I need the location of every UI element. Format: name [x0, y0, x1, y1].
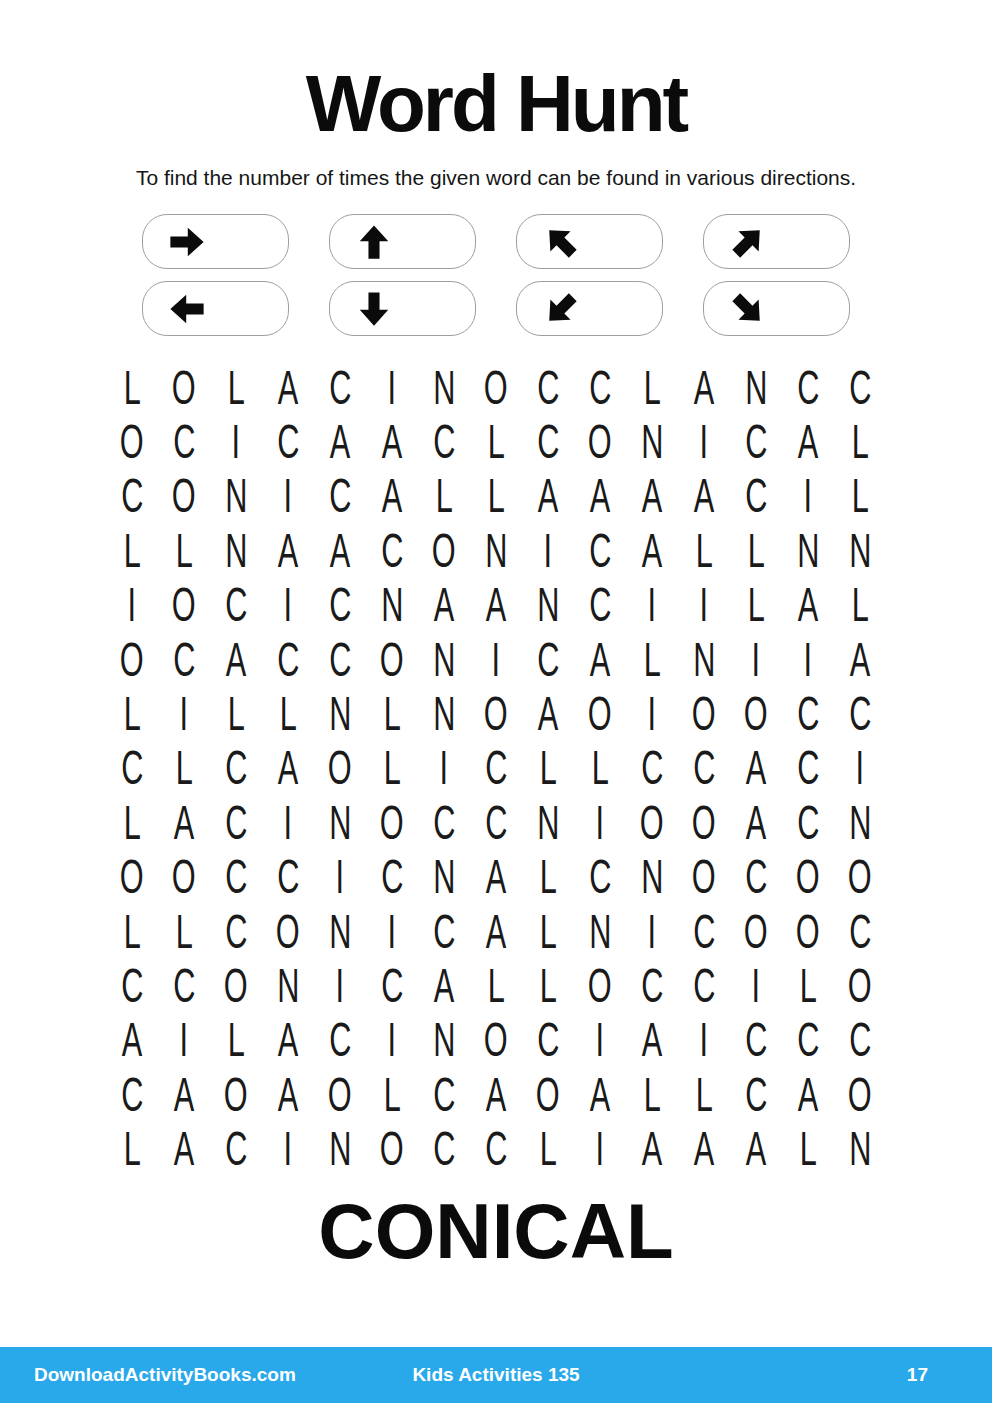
grid-cell[interactable]: C — [782, 1013, 834, 1067]
grid-cell[interactable]: C — [418, 904, 470, 958]
grid-cell[interactable]: L — [834, 414, 886, 468]
grid-letter: C — [329, 360, 351, 415]
grid-letter: I — [596, 1121, 605, 1176]
grid-letter: C — [433, 1067, 455, 1122]
grid-cell[interactable]: O — [626, 795, 678, 849]
grid-cell[interactable]: C — [730, 1067, 782, 1121]
direction-button-left[interactable] — [142, 281, 289, 336]
grid-cell[interactable]: C — [678, 958, 730, 1012]
grid-cell[interactable]: N — [678, 632, 730, 686]
grid-cell[interactable]: C — [730, 1013, 782, 1067]
grid-cell[interactable]: N — [418, 360, 470, 414]
grid-cell[interactable]: C — [574, 360, 626, 414]
grid-cell[interactable]: A — [158, 1067, 210, 1121]
grid-cell[interactable]: O — [782, 850, 834, 904]
grid-cell[interactable]: C — [418, 1067, 470, 1121]
direction-button-up-right[interactable] — [703, 214, 850, 269]
grid-cell[interactable]: N — [314, 1121, 366, 1175]
direction-button-up-left[interactable] — [516, 214, 663, 269]
grid-cell[interactable]: C — [834, 1013, 886, 1067]
grid-letter: L — [383, 686, 400, 741]
grid-cell[interactable]: L — [366, 741, 418, 795]
grid-cell[interactable]: C — [730, 469, 782, 523]
grid-cell[interactable]: A — [626, 1121, 678, 1175]
grid-cell[interactable]: C — [834, 360, 886, 414]
grid-cell[interactable]: I — [678, 1013, 730, 1067]
grid-letter: C — [225, 1121, 247, 1176]
grid-cell[interactable]: C — [782, 741, 834, 795]
grid-cell[interactable]: N — [626, 850, 678, 904]
grid-cell[interactable]: C — [210, 578, 262, 632]
grid-cell[interactable]: L — [210, 360, 262, 414]
grid-cell[interactable]: N — [522, 578, 574, 632]
grid-letter: I — [336, 958, 345, 1013]
grid-cell[interactable]: C — [782, 360, 834, 414]
grid-cell[interactable]: O — [210, 1067, 262, 1121]
grid-cell[interactable]: L — [106, 1121, 158, 1175]
grid-letter: C — [641, 958, 663, 1013]
grid-cell[interactable]: L — [106, 360, 158, 414]
grid-cell[interactable]: O — [574, 958, 626, 1012]
grid-cell[interactable]: O — [678, 686, 730, 740]
grid-cell[interactable]: C — [210, 795, 262, 849]
grid-letter: A — [278, 523, 298, 578]
grid-cell[interactable]: C — [210, 904, 262, 958]
grid-cell[interactable]: A — [470, 1067, 522, 1121]
grid-letter: L — [851, 577, 868, 632]
grid-cell[interactable]: L — [158, 741, 210, 795]
grid-cell[interactable]: A — [574, 1067, 626, 1121]
grid-cell[interactable]: O — [418, 523, 470, 577]
grid-letter: N — [225, 523, 247, 578]
grid-cell[interactable]: A — [678, 469, 730, 523]
grid-cell[interactable]: N — [314, 686, 366, 740]
grid-cell[interactable]: N — [730, 360, 782, 414]
grid-cell[interactable]: N — [314, 795, 366, 849]
up-right-arrow-icon — [721, 215, 775, 269]
grid-cell[interactable]: O — [210, 958, 262, 1012]
grid-cell[interactable]: L — [470, 958, 522, 1012]
grid-cell[interactable]: C — [314, 469, 366, 523]
grid-cell[interactable]: I — [158, 1013, 210, 1067]
grid-cell[interactable]: C — [782, 795, 834, 849]
grid-letter: O — [588, 958, 612, 1013]
grid-cell[interactable]: I — [366, 904, 418, 958]
grid-cell[interactable]: O — [522, 1067, 574, 1121]
grid-cell[interactable]: C — [574, 523, 626, 577]
grid-cell[interactable]: I — [574, 1013, 626, 1067]
up-left-arrow-icon — [534, 215, 588, 269]
grid-cell[interactable]: I — [626, 904, 678, 958]
grid-cell[interactable]: N — [366, 578, 418, 632]
grid-cell[interactable]: N — [574, 904, 626, 958]
grid-cell[interactable]: L — [730, 578, 782, 632]
grid-cell[interactable]: A — [730, 795, 782, 849]
grid-cell[interactable]: O — [158, 578, 210, 632]
grid-cell[interactable]: I — [314, 850, 366, 904]
grid-cell[interactable]: L — [106, 686, 158, 740]
grid-cell[interactable]: C — [210, 741, 262, 795]
grid-cell[interactable]: A — [678, 360, 730, 414]
grid-letter: C — [745, 414, 767, 469]
grid-cell[interactable]: I — [366, 360, 418, 414]
grid-cell[interactable]: A — [678, 1121, 730, 1175]
grid-cell[interactable]: A — [314, 523, 366, 577]
grid-cell[interactable]: A — [262, 1067, 314, 1121]
grid-letter: C — [797, 1012, 819, 1067]
grid-letter: C — [225, 795, 247, 850]
grid-cell[interactable]: L — [782, 1121, 834, 1175]
grid-cell[interactable]: I — [730, 958, 782, 1012]
grid-cell[interactable]: I — [262, 469, 314, 523]
grid-cell[interactable]: N — [782, 523, 834, 577]
grid-letter: A — [278, 740, 298, 795]
grid-cell[interactable]: I — [834, 741, 886, 795]
grid-cell[interactable]: I — [262, 1121, 314, 1175]
grid-cell[interactable]: A — [626, 469, 678, 523]
grid-cell[interactable]: A — [366, 469, 418, 523]
grid-cell[interactable]: A — [470, 850, 522, 904]
grid-cell[interactable]: I — [626, 578, 678, 632]
grid-cell[interactable]: N — [262, 958, 314, 1012]
grid-letter: L — [123, 360, 140, 415]
direction-button-down-left[interactable] — [516, 281, 663, 336]
grid-cell[interactable]: C — [418, 795, 470, 849]
grid-letter: I — [752, 632, 761, 687]
grid-cell[interactable]: C — [470, 1121, 522, 1175]
grid-cell[interactable]: C — [730, 850, 782, 904]
grid-letter: A — [694, 1121, 714, 1176]
grid-cell[interactable]: N — [418, 632, 470, 686]
grid-letter: O — [172, 468, 196, 523]
grid-cell[interactable]: L — [626, 360, 678, 414]
grid-cell[interactable]: L — [522, 1121, 574, 1175]
grid-cell[interactable]: N — [834, 795, 886, 849]
grid-cell[interactable]: O — [574, 414, 626, 468]
grid-cell[interactable]: C — [470, 795, 522, 849]
grid-letter: A — [486, 1067, 506, 1122]
grid-letter: O — [120, 849, 144, 904]
grid-cell[interactable]: I — [262, 795, 314, 849]
grid-letter: A — [590, 468, 610, 523]
grid-cell[interactable]: I — [626, 686, 678, 740]
grid-cell[interactable]: I — [470, 632, 522, 686]
grid-letter: L — [123, 523, 140, 578]
grid-cell[interactable]: A — [314, 414, 366, 468]
grid-cell[interactable]: L — [418, 469, 470, 523]
grid-cell[interactable]: L — [678, 1067, 730, 1121]
grid-cell[interactable]: L — [106, 904, 158, 958]
grid-cell[interactable]: C — [158, 632, 210, 686]
direction-button-down[interactable] — [329, 281, 476, 336]
grid-cell[interactable]: O — [158, 850, 210, 904]
grid-cell[interactable]: I — [106, 578, 158, 632]
grid-cell[interactable]: L — [366, 686, 418, 740]
grid-cell[interactable]: I — [678, 414, 730, 468]
grid-cell[interactable]: C — [678, 741, 730, 795]
grid-cell[interactable]: C — [314, 632, 366, 686]
grid-cell[interactable]: O — [106, 414, 158, 468]
grid-letter: C — [329, 1012, 351, 1067]
grid-letter: C — [329, 468, 351, 523]
grid-cell[interactable]: N — [418, 686, 470, 740]
grid-cell[interactable]: A — [158, 795, 210, 849]
grid-cell[interactable]: L — [158, 904, 210, 958]
grid-letter: N — [693, 632, 715, 687]
grid-cell[interactable]: C — [366, 850, 418, 904]
grid-cell[interactable]: L — [522, 850, 574, 904]
grid-cell[interactable]: O — [470, 1013, 522, 1067]
direction-button-up[interactable] — [329, 214, 476, 269]
grid-letter: O — [848, 849, 872, 904]
grid-letter: C — [693, 958, 715, 1013]
grid-letter: O — [120, 632, 144, 687]
grid-letter: I — [388, 904, 397, 959]
grid-cell[interactable]: C — [730, 414, 782, 468]
grid-cell[interactable]: L — [834, 469, 886, 523]
grid-cell[interactable]: C — [626, 741, 678, 795]
grid-cell[interactable]: L — [626, 632, 678, 686]
grid-letter: N — [485, 523, 507, 578]
grid-cell[interactable]: I — [158, 686, 210, 740]
grid-letter: I — [492, 632, 501, 687]
grid-letter: C — [641, 740, 663, 795]
grid-cell[interactable]: A — [626, 1013, 678, 1067]
grid-letter: C — [433, 904, 455, 959]
grid-letter: L — [123, 795, 140, 850]
grid-cell[interactable]: L — [470, 469, 522, 523]
grid-letter: O — [328, 1067, 352, 1122]
grid-cell[interactable]: L — [678, 523, 730, 577]
grid-cell[interactable]: L — [106, 523, 158, 577]
grid-cell[interactable]: O — [470, 360, 522, 414]
grid-cell[interactable]: O — [782, 904, 834, 958]
grid-cell[interactable]: I — [782, 469, 834, 523]
grid-letter: I — [856, 740, 865, 795]
grid-letter: N — [589, 904, 611, 959]
grid-cell[interactable]: O — [106, 632, 158, 686]
grid-cell[interactable]: C — [210, 850, 262, 904]
grid-cell[interactable]: N — [470, 523, 522, 577]
grid-cell[interactable]: C — [158, 958, 210, 1012]
grid-letter: C — [589, 360, 611, 415]
grid-cell[interactable]: L — [626, 1067, 678, 1121]
grid-letter: L — [227, 1012, 244, 1067]
grid-cell[interactable]: I — [418, 741, 470, 795]
grid-cell[interactable]: A — [574, 469, 626, 523]
grid-cell[interactable]: C — [366, 523, 418, 577]
grid-cell[interactable]: C — [106, 958, 158, 1012]
grid-cell[interactable]: O — [678, 850, 730, 904]
grid-cell[interactable]: A — [106, 1013, 158, 1067]
grid-letter: O — [848, 1067, 872, 1122]
grid-cell[interactable]: O — [834, 1067, 886, 1121]
grid-cell[interactable]: C — [834, 686, 886, 740]
grid-cell[interactable]: O — [730, 686, 782, 740]
grid-letter: C — [381, 958, 403, 1013]
grid-cell[interactable]: C — [158, 414, 210, 468]
grid-cell[interactable]: I — [262, 578, 314, 632]
grid-cell[interactable]: I — [782, 632, 834, 686]
grid-cell[interactable]: O — [158, 360, 210, 414]
grid-cell[interactable]: L — [522, 904, 574, 958]
grid-cell[interactable]: C — [834, 904, 886, 958]
grid-cell[interactable]: O — [262, 904, 314, 958]
grid-cell[interactable]: C — [262, 850, 314, 904]
grid-cell[interactable]: O — [834, 958, 886, 1012]
grid-cell[interactable]: N — [210, 523, 262, 577]
grid-cell[interactable]: A — [418, 958, 470, 1012]
grid-cell[interactable]: A — [574, 632, 626, 686]
grid-cell[interactable]: A — [782, 578, 834, 632]
grid-cell[interactable]: A — [158, 1121, 210, 1175]
grid-cell[interactable]: C — [314, 578, 366, 632]
grid-letter: C — [745, 1012, 767, 1067]
grid-cell[interactable]: O — [158, 469, 210, 523]
grid-cell[interactable]: O — [574, 686, 626, 740]
grid-cell[interactable]: A — [782, 1067, 834, 1121]
grid-cell[interactable]: L — [522, 741, 574, 795]
worksheet-page: Word Hunt To find the number of times th… — [0, 0, 992, 1403]
grid-letter: O — [536, 1067, 560, 1122]
grid-cell[interactable]: C — [522, 1013, 574, 1067]
grid-cell[interactable]: I — [574, 795, 626, 849]
grid-cell[interactable]: C — [366, 958, 418, 1012]
grid-cell[interactable]: O — [834, 850, 886, 904]
grid-cell[interactable]: C — [522, 632, 574, 686]
grid-cell[interactable]: L — [210, 686, 262, 740]
grid-cell[interactable]: C — [574, 850, 626, 904]
grid-cell[interactable]: C — [314, 360, 366, 414]
grid-cell[interactable]: L — [574, 741, 626, 795]
grid-cell[interactable]: L — [834, 578, 886, 632]
grid-cell[interactable]: C — [678, 904, 730, 958]
grid-letter: O — [692, 795, 716, 850]
grid-cell[interactable]: C — [262, 414, 314, 468]
grid-cell[interactable]: A — [262, 360, 314, 414]
grid-letter: C — [849, 904, 871, 959]
grid-cell[interactable]: A — [262, 741, 314, 795]
grid-cell[interactable]: N — [418, 850, 470, 904]
grid-cell[interactable]: I — [366, 1013, 418, 1067]
grid-cell[interactable]: A — [782, 414, 834, 468]
grid-cell[interactable]: O — [366, 1121, 418, 1175]
grid-cell[interactable]: N — [418, 1013, 470, 1067]
grid-cell[interactable]: C — [470, 741, 522, 795]
grid-letter: A — [486, 577, 506, 632]
grid-cell[interactable]: C — [418, 414, 470, 468]
grid-cell[interactable]: O — [678, 795, 730, 849]
grid-cell[interactable]: C — [262, 632, 314, 686]
grid-letter: O — [380, 1121, 404, 1176]
grid-letter: O — [380, 795, 404, 850]
grid-cell[interactable]: L — [158, 523, 210, 577]
grid-cell[interactable]: C — [522, 414, 574, 468]
grid-cell[interactable]: A — [210, 632, 262, 686]
grid-letter: N — [329, 686, 351, 741]
grid-cell[interactable]: A — [366, 414, 418, 468]
grid-cell[interactable]: I — [314, 958, 366, 1012]
grid-cell[interactable]: I — [678, 578, 730, 632]
grid-cell[interactable]: A — [262, 523, 314, 577]
grid-letter: C — [433, 1121, 455, 1176]
direction-button-down-right[interactable] — [703, 281, 850, 336]
grid-cell[interactable]: N — [834, 523, 886, 577]
grid-cell[interactable]: N — [522, 795, 574, 849]
grid-cell[interactable]: N — [314, 904, 366, 958]
grid-cell[interactable]: C — [782, 686, 834, 740]
grid-letter: C — [381, 523, 403, 578]
grid-cell[interactable]: L — [730, 523, 782, 577]
grid-cell[interactable]: N — [834, 1121, 886, 1175]
grid-cell[interactable]: A — [470, 904, 522, 958]
grid-cell[interactable]: A — [834, 632, 886, 686]
grid-cell[interactable]: A — [470, 578, 522, 632]
grid-letter: I — [336, 849, 345, 904]
grid-letter: I — [804, 632, 813, 687]
grid-cell[interactable]: A — [262, 1013, 314, 1067]
grid-letter: N — [329, 1121, 351, 1176]
grid-cell[interactable]: O — [314, 741, 366, 795]
grid-letter: C — [797, 360, 819, 415]
grid-cell[interactable]: L — [366, 1067, 418, 1121]
grid-cell[interactable]: C — [210, 1121, 262, 1175]
grid-letter: I — [180, 686, 189, 741]
grid-cell[interactable]: L — [262, 686, 314, 740]
grid-cell[interactable]: O — [730, 904, 782, 958]
grid-cell[interactable]: L — [782, 958, 834, 1012]
grid-cell[interactable]: C — [314, 1013, 366, 1067]
grid-cell[interactable]: L — [522, 958, 574, 1012]
grid-cell[interactable]: L — [470, 414, 522, 468]
grid-cell[interactable]: A — [522, 686, 574, 740]
grid-letter: C — [173, 632, 195, 687]
grid-cell[interactable]: I — [522, 523, 574, 577]
grid-letter: L — [747, 523, 764, 578]
grid-cell[interactable]: C — [106, 741, 158, 795]
grid-letter: C — [849, 360, 871, 415]
grid-cell[interactable]: C — [626, 958, 678, 1012]
grid-cell[interactable]: C — [574, 578, 626, 632]
grid-cell[interactable]: C — [106, 469, 158, 523]
grid-cell[interactable]: A — [730, 741, 782, 795]
grid-cell[interactable]: I — [210, 414, 262, 468]
grid-letter: L — [175, 740, 192, 795]
grid-cell[interactable]: L — [106, 795, 158, 849]
grid-cell[interactable]: O — [106, 850, 158, 904]
grid-cell[interactable]: O — [314, 1067, 366, 1121]
direction-button-right[interactable] — [142, 214, 289, 269]
grid-letter: C — [849, 1012, 871, 1067]
grid-cell[interactable]: A — [730, 1121, 782, 1175]
grid-cell[interactable]: C — [522, 360, 574, 414]
grid-letter: I — [648, 686, 657, 741]
grid-cell[interactable]: N — [626, 414, 678, 468]
grid-cell[interactable]: C — [106, 1067, 158, 1121]
grid-cell[interactable]: A — [626, 523, 678, 577]
grid-cell[interactable]: I — [730, 632, 782, 686]
grid-cell[interactable]: L — [210, 1013, 262, 1067]
grid-cell[interactable]: O — [470, 686, 522, 740]
grid-letter: I — [700, 1012, 709, 1067]
grid-cell[interactable]: A — [522, 469, 574, 523]
grid-cell[interactable]: C — [418, 1121, 470, 1175]
grid-cell[interactable]: A — [418, 578, 470, 632]
grid-cell[interactable]: I — [574, 1121, 626, 1175]
grid-cell[interactable]: N — [210, 469, 262, 523]
grid-cell[interactable]: O — [366, 632, 418, 686]
grid-cell[interactable]: O — [366, 795, 418, 849]
